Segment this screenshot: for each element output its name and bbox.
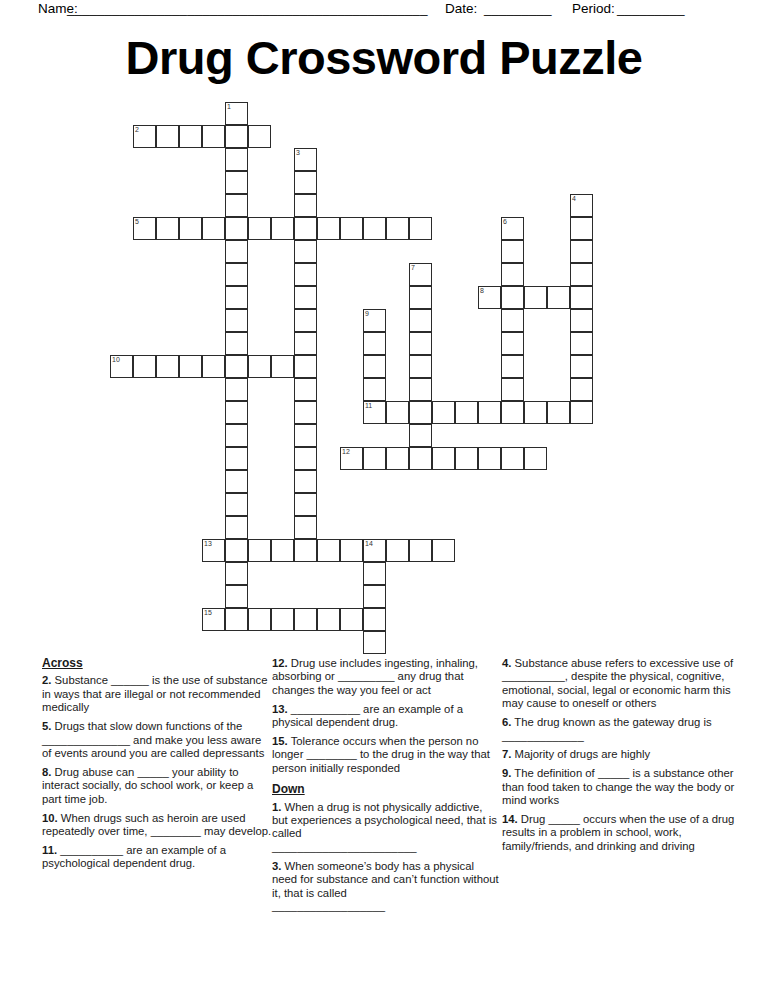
grid-cell[interactable] <box>432 539 455 562</box>
clue-text: Majority of drugs are highly <box>511 748 650 760</box>
grid-cell[interactable] <box>340 539 363 562</box>
grid-cell[interactable] <box>225 585 248 608</box>
grid-cell[interactable] <box>570 401 593 424</box>
grid-cell[interactable] <box>225 562 248 585</box>
clue-number: 6. <box>502 716 511 728</box>
clue-across-13: 13. ___________ are an example of a phys… <box>272 703 500 730</box>
grid-cell[interactable] <box>225 608 248 631</box>
grid-cell[interactable] <box>340 217 363 240</box>
cell-number: 10 <box>112 356 120 364</box>
grid-cell[interactable] <box>225 148 248 171</box>
clue-number: 11. <box>42 844 57 856</box>
grid-cell[interactable] <box>547 401 570 424</box>
grid-cell[interactable]: 10 <box>110 355 133 378</box>
grid-cell[interactable] <box>524 447 547 470</box>
across-clues-col2: 12. Drug use includes ingesting, inhalin… <box>272 657 500 775</box>
cell-number: 8 <box>480 287 484 295</box>
grid-cell[interactable] <box>271 355 294 378</box>
grid-cell[interactable] <box>570 332 593 355</box>
clue-text: Drug _____ occurs when the use of a drug… <box>502 813 738 852</box>
clue-text: When a drug is not physically addictive,… <box>272 801 500 853</box>
grid-cell[interactable] <box>317 608 340 631</box>
grid-cell[interactable] <box>478 401 501 424</box>
clue-down-7: 7. Majority of drugs are highly <box>502 748 738 761</box>
grid-cell[interactable] <box>409 401 432 424</box>
clue-text: When drugs such as heroin are used repea… <box>42 812 271 837</box>
grid-cell[interactable] <box>271 539 294 562</box>
grid-cell[interactable] <box>248 608 271 631</box>
cell-number: 2 <box>135 126 139 134</box>
grid-cell[interactable] <box>386 539 409 562</box>
grid-cell[interactable] <box>386 401 409 424</box>
grid-cell[interactable] <box>409 424 432 447</box>
grid-cell[interactable]: 11 <box>363 401 386 424</box>
clue-text: Drug abuse can _____ your ability to int… <box>42 766 257 805</box>
grid-cell[interactable] <box>133 355 156 378</box>
down-clues-col2: 1. When a drug is not physically addicti… <box>272 801 500 914</box>
cell-number: 7 <box>411 264 415 272</box>
grid-cell[interactable] <box>225 378 248 401</box>
grid-cell[interactable]: 3 <box>294 148 317 171</box>
grid-cell[interactable] <box>501 378 524 401</box>
grid-cell[interactable] <box>294 539 317 562</box>
grid-cell[interactable] <box>363 447 386 470</box>
clue-column-3: 4. Substance abuse refers to excessive u… <box>502 657 738 859</box>
grid-cell[interactable]: 2 <box>133 125 156 148</box>
across-clues-col1: 2. Substance ______ is the use of substa… <box>42 674 272 870</box>
grid-cell[interactable] <box>363 355 386 378</box>
clue-down-4: 4. Substance abuse refers to excessive u… <box>502 657 738 711</box>
grid-cell[interactable] <box>501 309 524 332</box>
grid-cell[interactable] <box>570 309 593 332</box>
grid-cell[interactable] <box>455 401 478 424</box>
grid-cell[interactable] <box>363 585 386 608</box>
grid-cell[interactable] <box>570 355 593 378</box>
grid-cell[interactable] <box>202 125 225 148</box>
grid-cell[interactable] <box>248 125 271 148</box>
grid-cell[interactable] <box>225 493 248 516</box>
clue-across-10: 10. When drugs such as heroin are used r… <box>42 812 272 839</box>
grid-cell[interactable] <box>294 332 317 355</box>
grid-cell[interactable] <box>179 217 202 240</box>
grid-cell[interactable] <box>294 378 317 401</box>
grid-cell[interactable] <box>363 378 386 401</box>
grid-cell[interactable] <box>478 447 501 470</box>
grid-cell[interactable] <box>340 608 363 631</box>
clue-across-2: 2. Substance ______ is the use of substa… <box>42 674 272 714</box>
grid-cell[interactable] <box>202 217 225 240</box>
grid-cell[interactable] <box>501 240 524 263</box>
grid-cell[interactable] <box>225 286 248 309</box>
grid-cell[interactable] <box>225 125 248 148</box>
grid-cell[interactable] <box>409 539 432 562</box>
grid-cell[interactable]: 5 <box>133 217 156 240</box>
cell-number: 11 <box>365 402 372 410</box>
grid-cell[interactable] <box>455 447 478 470</box>
grid-cell[interactable] <box>225 332 248 355</box>
grid-cell[interactable]: 12 <box>340 447 363 470</box>
grid-cell[interactable] <box>225 447 248 470</box>
clue-number: 15. <box>272 735 288 747</box>
clue-number: 13. <box>272 703 288 715</box>
clue-text: Tolerance occurs when the person no long… <box>272 735 493 774</box>
grid-cell[interactable] <box>570 286 593 309</box>
clue-down-3: 3. When someone’s body has a physical ne… <box>272 860 500 914</box>
clue-down-9: 9. The definition of _____ is a substanc… <box>502 767 738 807</box>
grid-cell[interactable] <box>409 378 432 401</box>
cell-number: 4 <box>572 195 576 203</box>
grid-cell[interactable] <box>248 355 271 378</box>
grid-cell[interactable] <box>294 240 317 263</box>
grid-cell[interactable] <box>294 355 317 378</box>
clue-across-12: 12. Drug use includes ingesting, inhalin… <box>272 657 500 697</box>
grid-cell[interactable] <box>225 240 248 263</box>
grid-cell[interactable] <box>409 332 432 355</box>
grid-cell[interactable]: 8 <box>478 286 501 309</box>
grid-cell[interactable] <box>363 217 386 240</box>
grid-cell[interactable] <box>294 217 317 240</box>
worksheet-page: Name: __________________________________… <box>0 0 768 994</box>
grid-cell[interactable] <box>294 171 317 194</box>
grid-cell[interactable] <box>294 516 317 539</box>
clue-number: 7. <box>502 748 511 760</box>
grid-cell[interactable] <box>386 447 409 470</box>
grid-cell[interactable] <box>432 401 455 424</box>
clue-across-11: 11. __________ are an example of a psych… <box>42 844 272 871</box>
grid-cell[interactable] <box>501 286 524 309</box>
grid-cell[interactable] <box>524 401 547 424</box>
date-label: Date: <box>445 1 477 16</box>
cell-number: 13 <box>204 540 212 548</box>
grid-cell[interactable] <box>570 240 593 263</box>
grid-cell[interactable] <box>363 608 386 631</box>
page-title: Drug Crossword Puzzle <box>0 30 768 85</box>
clue-down-14: 14. Drug _____ occurs when the use of a … <box>502 813 738 853</box>
grid-cell[interactable] <box>225 171 248 194</box>
grid-cell[interactable]: 6 <box>501 217 524 240</box>
clue-text: Drug use includes ingesting, inhaling, a… <box>272 657 481 696</box>
grid-cell[interactable] <box>294 263 317 286</box>
clue-across-15: 15. Tolerance occurs when the person no … <box>272 735 500 775</box>
grid-cell[interactable] <box>363 332 386 355</box>
grid-cell[interactable] <box>225 217 248 240</box>
grid-cell[interactable] <box>225 424 248 447</box>
cell-number: 1 <box>227 103 231 111</box>
grid-cell[interactable]: 15 <box>202 608 225 631</box>
grid-cell[interactable] <box>386 217 409 240</box>
grid-cell[interactable] <box>409 447 432 470</box>
grid-cell[interactable] <box>570 217 593 240</box>
grid-cell[interactable] <box>363 562 386 585</box>
grid-cell[interactable] <box>501 263 524 286</box>
clue-column-2: 12. Drug use includes ingesting, inhalin… <box>272 657 500 919</box>
clue-across-8: 8. Drug abuse can _____ your ability to … <box>42 766 272 806</box>
grid-cell[interactable] <box>501 447 524 470</box>
clue-down-1: 1. When a drug is not physically addicti… <box>272 801 500 855</box>
crossword-grid: 123456789101112131415 <box>110 102 593 654</box>
grid-cell[interactable] <box>570 378 593 401</box>
cell-number: 15 <box>204 609 212 617</box>
cell-number: 9 <box>365 310 369 318</box>
clue-number: 3. <box>272 860 281 872</box>
period-blank[interactable]: _________ <box>617 1 685 16</box>
down-clues-col3: 4. Substance abuse refers to excessive u… <box>502 657 738 853</box>
grid-cell[interactable] <box>271 608 294 631</box>
date-blank[interactable]: _________ <box>484 1 552 16</box>
grid-cell[interactable] <box>225 516 248 539</box>
grid-cell[interactable] <box>294 447 317 470</box>
grid-cell[interactable]: 9 <box>363 309 386 332</box>
clue-column-1: Across 2. Substance ______ is the use of… <box>42 657 272 876</box>
cell-number: 12 <box>342 448 350 456</box>
clue-down-6: 6. The drug known as the gateway drug is… <box>502 716 738 743</box>
clue-number: 12. <box>272 657 288 669</box>
grid-cell[interactable] <box>202 355 225 378</box>
grid-cell[interactable] <box>225 194 248 217</box>
clue-number: 4. <box>502 657 511 669</box>
clue-text: ___________ are an example of a physical… <box>272 703 466 728</box>
cell-number: 3 <box>296 149 300 157</box>
cell-number: 6 <box>503 218 507 226</box>
grid-cell[interactable] <box>317 217 340 240</box>
grid-cell[interactable] <box>156 217 179 240</box>
grid-cell[interactable]: 4 <box>570 194 593 217</box>
grid-cell[interactable] <box>409 217 432 240</box>
grid-cell[interactable] <box>501 401 524 424</box>
grid-cell[interactable] <box>156 125 179 148</box>
cell-number: 14 <box>365 540 373 548</box>
clue-number: 1. <box>272 801 281 813</box>
grid-cell[interactable] <box>501 332 524 355</box>
clue-across-5: 5. Drugs that slow down functions of the… <box>42 720 272 760</box>
grid-cell[interactable] <box>156 355 179 378</box>
grid-cell[interactable] <box>294 194 317 217</box>
grid-cell[interactable] <box>294 493 317 516</box>
grid-cell[interactable]: 7 <box>409 263 432 286</box>
grid-cell[interactable] <box>248 539 271 562</box>
name-blank[interactable]: ________________________________________… <box>67 1 427 16</box>
grid-cell[interactable] <box>271 217 294 240</box>
grid-cell[interactable] <box>248 217 271 240</box>
grid-cell[interactable]: 14 <box>363 539 386 562</box>
clue-text: The definition of _____ is a substance o… <box>502 767 738 806</box>
grid-cell[interactable] <box>524 286 547 309</box>
grid-cell[interactable] <box>570 263 593 286</box>
clue-number: 10. <box>42 812 58 824</box>
grid-cell[interactable] <box>294 401 317 424</box>
grid-cell[interactable] <box>409 355 432 378</box>
grid-cell[interactable] <box>179 355 202 378</box>
grid-cell[interactable] <box>225 401 248 424</box>
grid-cell[interactable] <box>225 355 248 378</box>
clue-number: 9. <box>502 767 511 779</box>
grid-cell[interactable] <box>294 286 317 309</box>
grid-cell[interactable] <box>294 608 317 631</box>
cell-number: 5 <box>135 218 139 226</box>
clue-number: 8. <box>42 766 51 778</box>
clue-number: 2. <box>42 674 51 686</box>
across-heading: Across <box>42 657 272 670</box>
grid-cell[interactable] <box>225 309 248 332</box>
grid-cell[interactable] <box>225 539 248 562</box>
grid-cell[interactable] <box>547 286 570 309</box>
grid-cell[interactable] <box>409 286 432 309</box>
period-label: Period: <box>572 1 615 16</box>
clue-text: When someone’s body has a physical need … <box>272 860 502 912</box>
grid-cell[interactable] <box>432 447 455 470</box>
grid-cell[interactable] <box>409 309 432 332</box>
grid-cell[interactable]: 13 <box>202 539 225 562</box>
clue-number: 5. <box>42 720 51 732</box>
clue-text: __________ are an example of a psycholog… <box>42 844 229 869</box>
clue-text: Substance abuse refers to excessive use … <box>502 657 736 709</box>
grid-cell[interactable] <box>317 539 340 562</box>
grid-cell[interactable] <box>225 263 248 286</box>
grid-cell[interactable] <box>294 309 317 332</box>
grid-cell[interactable] <box>294 424 317 447</box>
grid-cell[interactable] <box>225 470 248 493</box>
clue-text: The drug known as the gateway drug is __… <box>502 716 715 741</box>
clue-text: Substance ______ is the use of substance… <box>42 674 271 713</box>
grid-cell[interactable]: 1 <box>225 102 248 125</box>
grid-cell[interactable] <box>179 125 202 148</box>
grid-cell[interactable] <box>501 355 524 378</box>
clue-text: Drugs that slow down functions of the __… <box>42 720 264 759</box>
grid-cell[interactable] <box>363 631 386 654</box>
clue-number: 14. <box>502 813 518 825</box>
grid-cell[interactable] <box>294 470 317 493</box>
down-heading: Down <box>272 783 500 796</box>
